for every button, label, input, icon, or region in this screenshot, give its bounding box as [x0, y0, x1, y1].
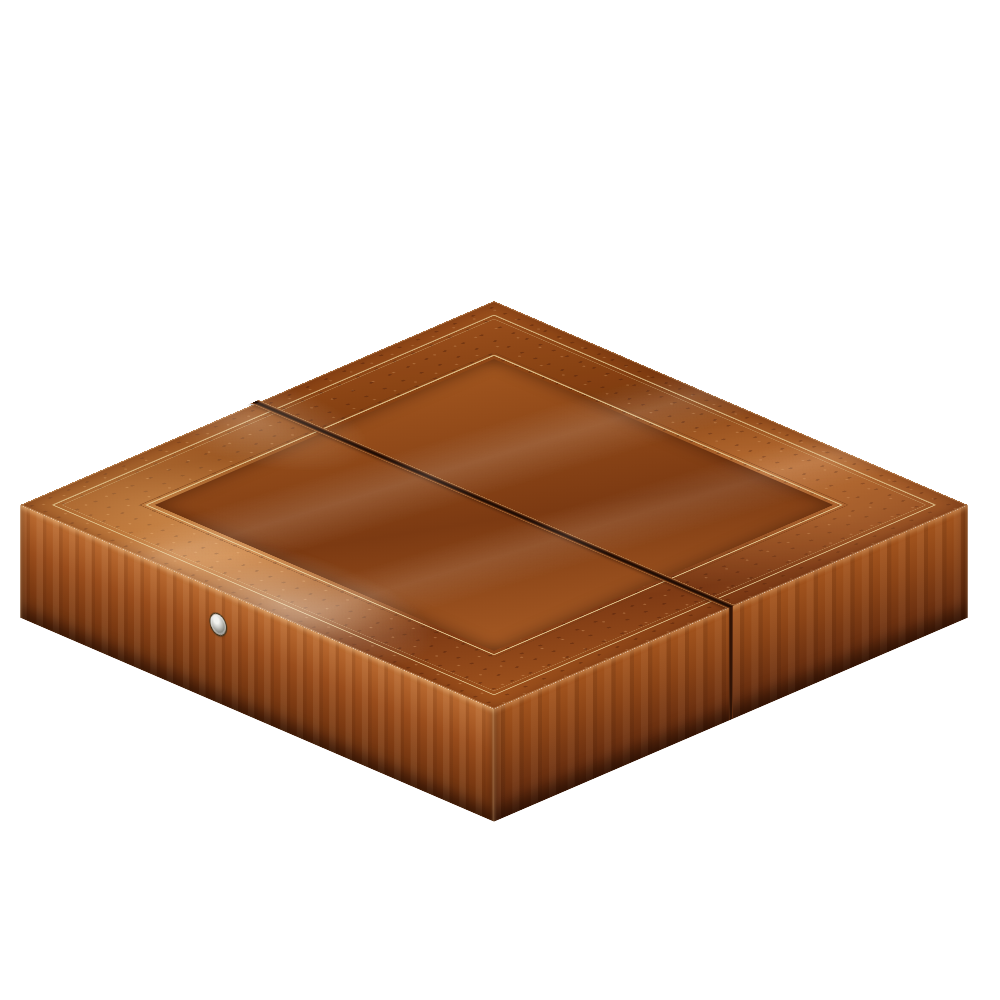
- clasp-medallion: [210, 611, 226, 638]
- fold-seam-side-notch: [729, 606, 733, 721]
- product-photo: [0, 0, 1000, 1000]
